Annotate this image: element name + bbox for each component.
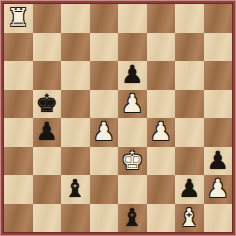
square-f4[interactable]: ♟	[147, 118, 176, 147]
square-h2[interactable]: ♟	[204, 175, 233, 204]
square-b3[interactable]	[33, 147, 62, 176]
square-g8[interactable]	[175, 4, 204, 33]
square-h1[interactable]	[204, 204, 233, 233]
square-g3[interactable]	[175, 147, 204, 176]
square-d6[interactable]	[90, 61, 119, 90]
square-e2[interactable]	[118, 175, 147, 204]
square-c5[interactable]	[61, 90, 90, 119]
square-d8[interactable]	[90, 4, 119, 33]
white-bishop: ♝	[178, 204, 200, 232]
square-e5[interactable]: ♟	[118, 90, 147, 119]
square-h3[interactable]: ♟	[204, 147, 233, 176]
square-e1[interactable]: ♝	[118, 204, 147, 233]
black-pawn: ♟	[207, 147, 229, 175]
square-b8[interactable]	[33, 4, 62, 33]
white-pawn: ♟	[93, 118, 115, 146]
square-c2[interactable]: ♝	[61, 175, 90, 204]
square-f6[interactable]	[147, 61, 176, 90]
square-d4[interactable]: ♟	[90, 118, 119, 147]
square-h4[interactable]	[204, 118, 233, 147]
square-b1[interactable]	[33, 204, 62, 233]
square-f2[interactable]	[147, 175, 176, 204]
square-g1[interactable]: ♝	[175, 204, 204, 233]
square-c1[interactable]	[61, 204, 90, 233]
square-h5[interactable]	[204, 90, 233, 119]
white-rook: ♜	[7, 4, 29, 32]
square-f3[interactable]	[147, 147, 176, 176]
white-pawn: ♟	[121, 90, 143, 118]
square-h8[interactable]	[204, 4, 233, 33]
square-b7[interactable]	[33, 33, 62, 62]
black-king: ♚	[36, 90, 58, 118]
square-a7[interactable]	[4, 33, 33, 62]
square-f8[interactable]	[147, 4, 176, 33]
square-a4[interactable]	[4, 118, 33, 147]
white-pawn: ♟	[207, 175, 229, 203]
square-c6[interactable]	[61, 61, 90, 90]
white-king: ♚	[121, 147, 143, 175]
square-b4[interactable]: ♟	[33, 118, 62, 147]
square-d3[interactable]	[90, 147, 119, 176]
black-pawn: ♟	[121, 61, 143, 89]
square-g7[interactable]	[175, 33, 204, 62]
square-c8[interactable]	[61, 4, 90, 33]
square-e4[interactable]	[118, 118, 147, 147]
square-f1[interactable]	[147, 204, 176, 233]
square-g4[interactable]	[175, 118, 204, 147]
chess-board: ♜♟♚♟♟♟♟♚♟♝♟♟♝♝	[4, 4, 232, 232]
square-a1[interactable]	[4, 204, 33, 233]
square-b2[interactable]	[33, 175, 62, 204]
black-pawn: ♟	[36, 118, 58, 146]
square-e6[interactable]: ♟	[118, 61, 147, 90]
square-a5[interactable]	[4, 90, 33, 119]
square-a6[interactable]	[4, 61, 33, 90]
white-pawn: ♟	[150, 118, 172, 146]
square-h6[interactable]	[204, 61, 233, 90]
black-bishop: ♝	[64, 175, 86, 203]
black-pawn: ♟	[178, 175, 200, 203]
square-c3[interactable]	[61, 147, 90, 176]
square-a2[interactable]	[4, 175, 33, 204]
square-g2[interactable]: ♟	[175, 175, 204, 204]
square-e3[interactable]: ♚	[118, 147, 147, 176]
square-a8[interactable]: ♜	[4, 4, 33, 33]
square-d2[interactable]	[90, 175, 119, 204]
square-a3[interactable]	[4, 147, 33, 176]
square-d7[interactable]	[90, 33, 119, 62]
square-g6[interactable]	[175, 61, 204, 90]
square-d5[interactable]	[90, 90, 119, 119]
chess-board-frame: ♜♟♚♟♟♟♟♚♟♝♟♟♝♝	[0, 0, 236, 236]
square-b5[interactable]: ♚	[33, 90, 62, 119]
square-g5[interactable]	[175, 90, 204, 119]
square-h7[interactable]	[204, 33, 233, 62]
black-bishop: ♝	[121, 204, 143, 232]
square-e7[interactable]	[118, 33, 147, 62]
square-c7[interactable]	[61, 33, 90, 62]
square-f5[interactable]	[147, 90, 176, 119]
square-e8[interactable]	[118, 4, 147, 33]
square-c4[interactable]	[61, 118, 90, 147]
square-f7[interactable]	[147, 33, 176, 62]
square-b6[interactable]	[33, 61, 62, 90]
square-d1[interactable]	[90, 204, 119, 233]
